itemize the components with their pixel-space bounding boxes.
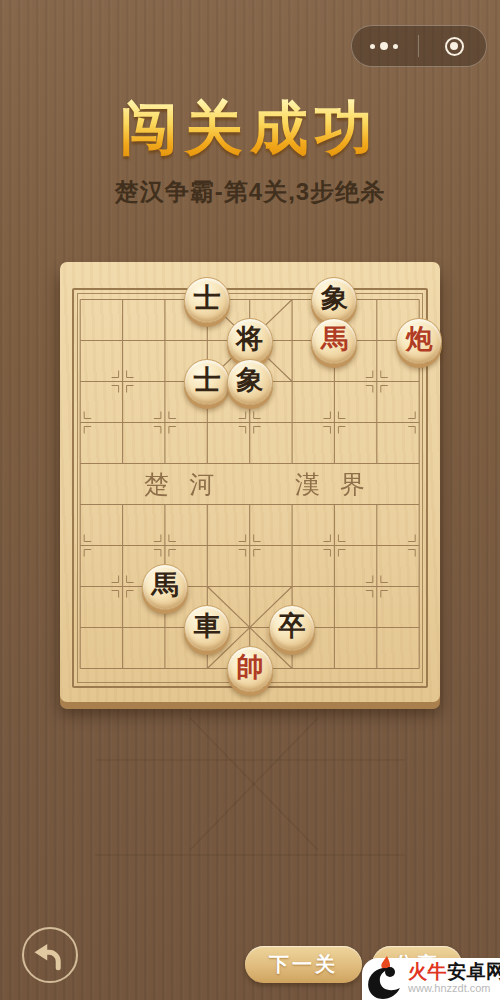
capsule-divider bbox=[418, 35, 419, 57]
fire-bull-logo-icon bbox=[363, 955, 409, 1000]
watermark-url: www.hnzzdt.com bbox=[408, 982, 498, 995]
piece-glyph: 車 bbox=[194, 613, 221, 640]
wood-carving-decor bbox=[0, 700, 500, 910]
piece-glyph: 象 bbox=[236, 367, 263, 394]
piece-glyph: 士 bbox=[194, 285, 221, 312]
piece-red-horse[interactable]: 馬 bbox=[311, 318, 357, 364]
xiangqi-board: 楚河 漢界 士象将馬炮士象馬車卒帥 bbox=[60, 262, 440, 702]
piece-black-horse[interactable]: 馬 bbox=[142, 564, 188, 610]
piece-red-cannon[interactable]: 炮 bbox=[396, 318, 442, 364]
piece-glyph: 馬 bbox=[321, 326, 348, 353]
next-level-button[interactable]: 下一关 bbox=[245, 946, 362, 983]
piece-black-pawn[interactable]: 卒 bbox=[269, 605, 315, 651]
pieces-grid: 士象将馬炮士象馬車卒帥 bbox=[59, 279, 441, 689]
page-title: 闯关成功 bbox=[0, 96, 500, 162]
piece-glyph: 士 bbox=[194, 367, 221, 394]
app-screen: 闯关成功 楚汉争霸-第4关,3步绝杀 楚河 漢界 士象将馬炮士象馬車卒帥 下一关… bbox=[0, 0, 500, 1000]
board-play-area: 楚河 漢界 士象将馬炮士象馬車卒帥 bbox=[59, 279, 441, 689]
watermark: 火牛安卓网 www.hnzzdt.com bbox=[362, 958, 500, 1000]
piece-glyph: 象 bbox=[321, 285, 348, 312]
piece-black-elephant-1[interactable]: 象 bbox=[311, 277, 357, 323]
watermark-text: 火牛安卓网 www.hnzzdt.com bbox=[408, 961, 498, 995]
piece-glyph: 卒 bbox=[279, 613, 306, 640]
more-dots-icon bbox=[370, 42, 398, 50]
piece-glyph: 馬 bbox=[151, 572, 178, 599]
piece-glyph: 炮 bbox=[406, 326, 433, 353]
piece-black-advisor-1[interactable]: 士 bbox=[184, 277, 230, 323]
miniprogram-capsule bbox=[351, 25, 487, 67]
back-button[interactable] bbox=[22, 927, 78, 983]
back-arrow-icon bbox=[29, 934, 71, 976]
piece-black-chariot[interactable]: 車 bbox=[184, 605, 230, 651]
more-button[interactable] bbox=[355, 26, 413, 66]
piece-black-general[interactable]: 将 bbox=[227, 318, 273, 364]
target-circle-icon bbox=[445, 37, 464, 56]
level-subtitle: 楚汉争霸-第4关,3步绝杀 bbox=[0, 176, 500, 208]
piece-glyph: 帥 bbox=[236, 654, 263, 681]
watermark-site-red: 火牛 bbox=[408, 961, 447, 982]
piece-glyph: 将 bbox=[236, 326, 263, 353]
home-button[interactable] bbox=[425, 26, 483, 66]
piece-black-advisor-2[interactable]: 士 bbox=[184, 359, 230, 405]
piece-red-general[interactable]: 帥 bbox=[227, 646, 273, 692]
watermark-site-black: 安卓网 bbox=[447, 961, 500, 982]
piece-black-elephant-2[interactable]: 象 bbox=[227, 359, 273, 405]
